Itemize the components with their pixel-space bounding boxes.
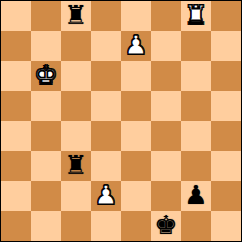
square-c1[interactable] <box>61 211 91 241</box>
square-a5[interactable] <box>1 91 31 121</box>
square-b2[interactable] <box>31 181 61 211</box>
square-e3[interactable] <box>121 151 151 181</box>
square-b8[interactable] <box>31 1 61 31</box>
square-c2[interactable] <box>61 181 91 211</box>
square-e2[interactable] <box>121 181 151 211</box>
square-c7[interactable] <box>61 31 91 61</box>
square-c4[interactable] <box>61 121 91 151</box>
square-e6[interactable] <box>121 61 151 91</box>
square-d8[interactable] <box>91 1 121 31</box>
square-d4[interactable] <box>91 121 121 151</box>
white-rook-g8[interactable]: ♜ <box>184 2 207 28</box>
square-d1[interactable] <box>91 211 121 241</box>
square-c5[interactable] <box>61 91 91 121</box>
square-h8[interactable] <box>211 1 241 31</box>
square-b1[interactable] <box>31 211 61 241</box>
square-b3[interactable] <box>31 151 61 181</box>
square-g6[interactable] <box>181 61 211 91</box>
white-king-b6[interactable]: ♚ <box>34 62 57 88</box>
square-f3[interactable] <box>151 151 181 181</box>
square-g3[interactable] <box>181 151 211 181</box>
black-rook-c3[interactable]: ♜ <box>64 152 87 178</box>
square-e7[interactable]: ♟ <box>121 31 151 61</box>
square-d6[interactable] <box>91 61 121 91</box>
square-h6[interactable] <box>211 61 241 91</box>
square-b7[interactable] <box>31 31 61 61</box>
square-f1[interactable]: ♚ <box>151 211 181 241</box>
square-a7[interactable] <box>1 31 31 61</box>
square-a1[interactable] <box>1 211 31 241</box>
white-pawn-d2[interactable]: ♟ <box>94 182 117 208</box>
square-h3[interactable] <box>211 151 241 181</box>
chess-board: ♜♜♟♚♜♟♟♚ <box>0 0 242 242</box>
square-a2[interactable] <box>1 181 31 211</box>
square-f8[interactable] <box>151 1 181 31</box>
square-e5[interactable] <box>121 91 151 121</box>
square-g8[interactable]: ♜ <box>181 1 211 31</box>
square-h5[interactable] <box>211 91 241 121</box>
square-d2[interactable]: ♟ <box>91 181 121 211</box>
square-a4[interactable] <box>1 121 31 151</box>
square-c3[interactable]: ♜ <box>61 151 91 181</box>
black-pawn-g2[interactable]: ♟ <box>184 182 207 208</box>
square-h7[interactable] <box>211 31 241 61</box>
square-f6[interactable] <box>151 61 181 91</box>
square-d3[interactable] <box>91 151 121 181</box>
square-g4[interactable] <box>181 121 211 151</box>
square-b6[interactable]: ♚ <box>31 61 61 91</box>
square-f5[interactable] <box>151 91 181 121</box>
square-a3[interactable] <box>1 151 31 181</box>
square-f7[interactable] <box>151 31 181 61</box>
square-c6[interactable] <box>61 61 91 91</box>
square-e4[interactable] <box>121 121 151 151</box>
white-pawn-e7[interactable]: ♟ <box>124 32 147 58</box>
square-a8[interactable] <box>1 1 31 31</box>
square-f2[interactable] <box>151 181 181 211</box>
square-f4[interactable] <box>151 121 181 151</box>
square-b5[interactable] <box>31 91 61 121</box>
square-b4[interactable] <box>31 121 61 151</box>
square-g2[interactable]: ♟ <box>181 181 211 211</box>
square-h4[interactable] <box>211 121 241 151</box>
square-d7[interactable] <box>91 31 121 61</box>
square-g7[interactable] <box>181 31 211 61</box>
square-g5[interactable] <box>181 91 211 121</box>
square-h2[interactable] <box>211 181 241 211</box>
square-h1[interactable] <box>211 211 241 241</box>
square-d5[interactable] <box>91 91 121 121</box>
black-rook-c8[interactable]: ♜ <box>64 2 87 28</box>
square-e1[interactable] <box>121 211 151 241</box>
black-king-f1[interactable]: ♚ <box>154 212 177 238</box>
square-e8[interactable] <box>121 1 151 31</box>
square-a6[interactable] <box>1 61 31 91</box>
square-c8[interactable]: ♜ <box>61 1 91 31</box>
square-g1[interactable] <box>181 211 211 241</box>
